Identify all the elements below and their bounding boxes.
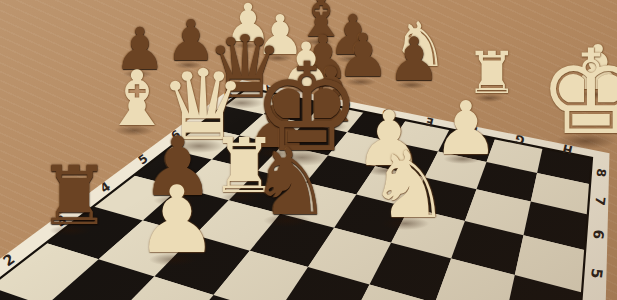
- white-piece-glyph: ♞: [368, 143, 451, 228]
- white-piece-glyph: ♚: [539, 40, 617, 147]
- dark-piece-glyph: ♜: [38, 159, 111, 234]
- dark-piece-glyph: ♞: [250, 141, 332, 225]
- white-piece-glyph: ♟: [135, 178, 218, 264]
- chess-photo: 88776655432ABCDEFGH ♝♟♟♟♟♞♟♟♟♟♟♟♜♛♝♝♚♛♟♟…: [0, 0, 617, 300]
- pieces-layer: ♝♟♟♟♟♞♟♟♟♟♟♟♜♛♝♝♚♛♟♟♚♟♜♟♞♞♜♟: [0, 0, 617, 300]
- dark-piece-glyph: ♟: [387, 32, 441, 87]
